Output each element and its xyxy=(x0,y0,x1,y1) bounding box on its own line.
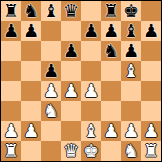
square-b2[interactable]: ♟ xyxy=(21,121,41,141)
square-e5[interactable] xyxy=(81,61,101,81)
piece-white-bishop[interactable]: ♝ xyxy=(123,61,139,81)
square-g6[interactable]: ♟ xyxy=(121,41,141,61)
piece-white-pawn[interactable]: ♟ xyxy=(3,121,19,141)
square-d6[interactable]: ♟ xyxy=(61,41,81,61)
square-f1[interactable] xyxy=(101,141,121,161)
piece-black-king[interactable]: ♚ xyxy=(123,1,139,21)
piece-white-rook[interactable]: ♜ xyxy=(143,141,159,161)
square-a7[interactable]: ♟ xyxy=(1,21,21,41)
square-b6[interactable] xyxy=(21,41,41,61)
piece-white-pawn[interactable]: ♟ xyxy=(83,81,99,101)
piece-black-pawn[interactable]: ♟ xyxy=(83,21,99,41)
square-g4[interactable] xyxy=(121,81,141,101)
chess-board: ♜♞♝♛♜♚♟♟♟♟♝♟♟♞♟♟♝♟♟♟♞♟♟♝♟♟♟♜♛♚♞♜ xyxy=(0,0,162,162)
piece-white-pawn[interactable]: ♟ xyxy=(103,121,119,141)
square-d2[interactable] xyxy=(61,121,81,141)
piece-black-pawn[interactable]: ♟ xyxy=(123,41,139,61)
square-a1[interactable]: ♜ xyxy=(1,141,21,161)
piece-white-knight[interactable]: ♞ xyxy=(43,101,59,121)
square-g5[interactable]: ♝ xyxy=(121,61,141,81)
square-c4[interactable]: ♟ xyxy=(41,81,61,101)
square-f5[interactable] xyxy=(101,61,121,81)
piece-black-bishop[interactable]: ♝ xyxy=(43,1,59,21)
piece-black-bishop[interactable]: ♝ xyxy=(123,21,139,41)
square-g3[interactable] xyxy=(121,101,141,121)
square-d1[interactable]: ♛ xyxy=(61,141,81,161)
square-c3[interactable]: ♞ xyxy=(41,101,61,121)
square-d5[interactable] xyxy=(61,61,81,81)
square-g1[interactable]: ♞ xyxy=(121,141,141,161)
piece-black-pawn[interactable]: ♟ xyxy=(103,21,119,41)
square-e4[interactable]: ♟ xyxy=(81,81,101,101)
square-b8[interactable]: ♞ xyxy=(21,1,41,21)
piece-black-pawn[interactable]: ♟ xyxy=(43,61,59,81)
square-h2[interactable]: ♟ xyxy=(141,121,161,141)
square-d8[interactable]: ♛ xyxy=(61,1,81,21)
piece-white-king[interactable]: ♚ xyxy=(83,141,99,161)
square-c5[interactable]: ♟ xyxy=(41,61,61,81)
square-h5[interactable] xyxy=(141,61,161,81)
piece-black-pawn[interactable]: ♟ xyxy=(3,21,19,41)
square-b5[interactable] xyxy=(21,61,41,81)
square-f4[interactable] xyxy=(101,81,121,101)
square-c1[interactable] xyxy=(41,141,61,161)
square-e1[interactable]: ♚ xyxy=(81,141,101,161)
square-e7[interactable]: ♟ xyxy=(81,21,101,41)
square-h3[interactable] xyxy=(141,101,161,121)
square-a2[interactable]: ♟ xyxy=(1,121,21,141)
square-e3[interactable] xyxy=(81,101,101,121)
square-a3[interactable] xyxy=(1,101,21,121)
piece-black-pawn[interactable]: ♟ xyxy=(63,41,79,61)
piece-black-knight[interactable]: ♞ xyxy=(103,41,119,61)
square-e2[interactable]: ♝ xyxy=(81,121,101,141)
piece-white-bishop[interactable]: ♝ xyxy=(83,121,99,141)
piece-white-pawn[interactable]: ♟ xyxy=(23,121,39,141)
square-b4[interactable] xyxy=(21,81,41,101)
square-d3[interactable] xyxy=(61,101,81,121)
square-e8[interactable] xyxy=(81,1,101,21)
square-a6[interactable] xyxy=(1,41,21,61)
piece-white-queen[interactable]: ♛ xyxy=(63,141,79,161)
piece-black-pawn[interactable]: ♟ xyxy=(143,21,159,41)
square-h8[interactable] xyxy=(141,1,161,21)
piece-white-pawn[interactable]: ♟ xyxy=(143,121,159,141)
square-f3[interactable] xyxy=(101,101,121,121)
square-c7[interactable] xyxy=(41,21,61,41)
square-f8[interactable]: ♜ xyxy=(101,1,121,21)
square-b1[interactable] xyxy=(21,141,41,161)
piece-black-rook[interactable]: ♜ xyxy=(103,1,119,21)
square-b7[interactable]: ♟ xyxy=(21,21,41,41)
square-a8[interactable]: ♜ xyxy=(1,1,21,21)
square-h4[interactable] xyxy=(141,81,161,101)
square-c2[interactable] xyxy=(41,121,61,141)
square-a5[interactable] xyxy=(1,61,21,81)
piece-white-pawn[interactable]: ♟ xyxy=(123,121,139,141)
square-a4[interactable] xyxy=(1,81,21,101)
square-c6[interactable] xyxy=(41,41,61,61)
square-g7[interactable]: ♝ xyxy=(121,21,141,41)
square-d7[interactable] xyxy=(61,21,81,41)
square-h1[interactable]: ♜ xyxy=(141,141,161,161)
square-d4[interactable]: ♟ xyxy=(61,81,81,101)
square-g8[interactable]: ♚ xyxy=(121,1,141,21)
square-h6[interactable] xyxy=(141,41,161,61)
square-f2[interactable]: ♟ xyxy=(101,121,121,141)
piece-black-pawn[interactable]: ♟ xyxy=(23,21,39,41)
piece-black-queen[interactable]: ♛ xyxy=(63,1,79,21)
piece-white-knight[interactable]: ♞ xyxy=(123,141,139,161)
piece-white-pawn[interactable]: ♟ xyxy=(63,81,79,101)
square-b3[interactable] xyxy=(21,101,41,121)
square-f7[interactable]: ♟ xyxy=(101,21,121,41)
square-c8[interactable]: ♝ xyxy=(41,1,61,21)
square-h7[interactable]: ♟ xyxy=(141,21,161,41)
piece-black-rook[interactable]: ♜ xyxy=(3,1,19,21)
square-g2[interactable]: ♟ xyxy=(121,121,141,141)
square-f6[interactable]: ♞ xyxy=(101,41,121,61)
piece-white-rook[interactable]: ♜ xyxy=(3,141,19,161)
square-e6[interactable] xyxy=(81,41,101,61)
piece-white-pawn[interactable]: ♟ xyxy=(43,81,59,101)
piece-black-knight[interactable]: ♞ xyxy=(23,1,39,21)
